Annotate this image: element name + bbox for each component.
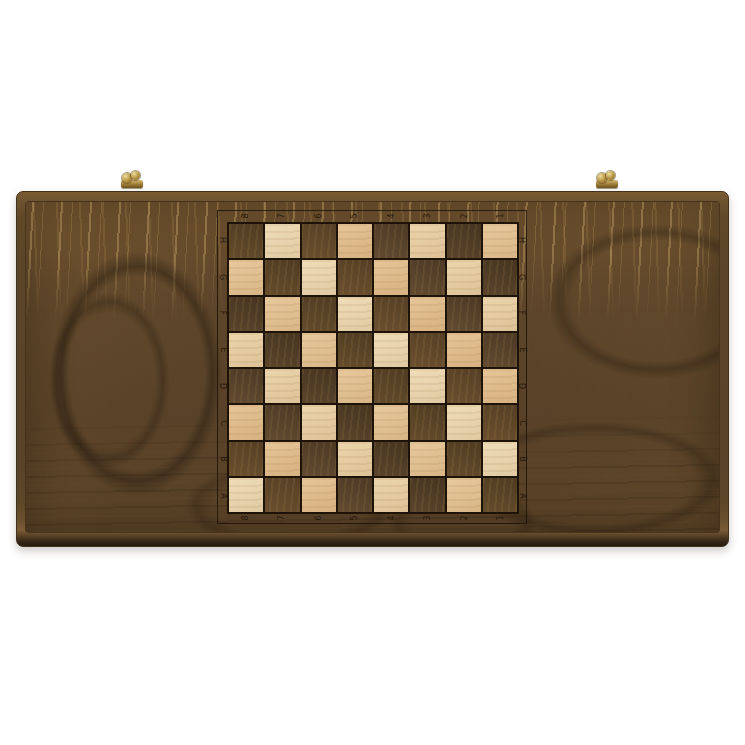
file-labels-left: HGFEDCBA (218, 222, 227, 514)
rank-label-6: 6 (300, 211, 337, 221)
square-c2[interactable] (447, 405, 481, 439)
square-f5[interactable] (338, 297, 372, 331)
square-a1[interactable] (483, 478, 517, 512)
square-b5[interactable] (338, 442, 372, 476)
square-e3[interactable] (410, 333, 444, 367)
rank-labels-top: 87654321 (227, 211, 519, 221)
rank-label-5: 5 (337, 211, 374, 221)
square-b8[interactable] (229, 442, 263, 476)
rank-label-3: 3 (410, 211, 447, 221)
square-c1[interactable] (483, 405, 517, 439)
square-c7[interactable] (265, 405, 299, 439)
square-a6[interactable] (302, 478, 336, 512)
square-g4[interactable] (374, 260, 408, 294)
wooden-game-box: 87654321 87654321 HGFEDCBA HGFEDCBA (16, 191, 729, 547)
square-e6[interactable] (302, 333, 336, 367)
square-g1[interactable] (483, 260, 517, 294)
rank-label-7: 7 (264, 513, 301, 523)
square-c3[interactable] (410, 405, 444, 439)
square-e5[interactable] (338, 333, 372, 367)
square-a8[interactable] (229, 478, 263, 512)
brass-hinge-left-icon (118, 169, 146, 191)
square-h8[interactable] (229, 224, 263, 258)
square-d4[interactable] (374, 369, 408, 403)
square-c4[interactable] (374, 405, 408, 439)
rank-label-8: 8 (227, 513, 264, 523)
rank-label-1: 1 (483, 513, 520, 523)
square-f7[interactable] (265, 297, 299, 331)
rank-label-3: 3 (410, 513, 447, 523)
square-f2[interactable] (447, 297, 481, 331)
square-h7[interactable] (265, 224, 299, 258)
square-d8[interactable] (229, 369, 263, 403)
file-label-b: B (218, 441, 227, 478)
square-e1[interactable] (483, 333, 517, 367)
square-g2[interactable] (447, 260, 481, 294)
square-g3[interactable] (410, 260, 444, 294)
square-d2[interactable] (447, 369, 481, 403)
rank-label-8: 8 (227, 211, 264, 221)
square-e2[interactable] (447, 333, 481, 367)
file-label-f: F (218, 295, 227, 332)
file-label-a: A (218, 478, 227, 515)
square-c6[interactable] (302, 405, 336, 439)
square-c8[interactable] (229, 405, 263, 439)
square-f1[interactable] (483, 297, 517, 331)
square-e4[interactable] (374, 333, 408, 367)
square-f4[interactable] (374, 297, 408, 331)
rank-label-4: 4 (373, 211, 410, 221)
square-d7[interactable] (265, 369, 299, 403)
hinge-knuckle (131, 171, 140, 180)
rank-label-2: 2 (446, 211, 483, 221)
square-f6[interactable] (302, 297, 336, 331)
chessboard: 87654321 87654321 HGFEDCBA HGFEDCBA (217, 210, 527, 524)
square-d3[interactable] (410, 369, 444, 403)
square-f8[interactable] (229, 297, 263, 331)
square-a3[interactable] (410, 478, 444, 512)
board-grid (227, 222, 519, 514)
file-label-h: H (218, 222, 227, 259)
file-label-g: G (218, 259, 227, 296)
brass-hinge-right-icon (593, 169, 621, 191)
product-photo-canvas: 87654321 87654321 HGFEDCBA HGFEDCBA (0, 0, 745, 745)
rank-label-2: 2 (446, 513, 483, 523)
square-a2[interactable] (447, 478, 481, 512)
square-a4[interactable] (374, 478, 408, 512)
rank-label-1: 1 (483, 211, 520, 221)
file-label-e: E (218, 332, 227, 369)
square-b6[interactable] (302, 442, 336, 476)
square-h2[interactable] (447, 224, 481, 258)
square-b1[interactable] (483, 442, 517, 476)
rank-labels-bottom: 87654321 (227, 513, 519, 523)
rank-label-6: 6 (300, 513, 337, 523)
file-label-c: C (218, 405, 227, 442)
rank-label-4: 4 (373, 513, 410, 523)
square-g5[interactable] (338, 260, 372, 294)
file-label-d: D (218, 368, 227, 405)
square-b2[interactable] (447, 442, 481, 476)
square-e7[interactable] (265, 333, 299, 367)
square-d5[interactable] (338, 369, 372, 403)
square-b3[interactable] (410, 442, 444, 476)
square-e8[interactable] (229, 333, 263, 367)
square-a5[interactable] (338, 478, 372, 512)
rank-label-5: 5 (337, 513, 374, 523)
square-h5[interactable] (338, 224, 372, 258)
square-b7[interactable] (265, 442, 299, 476)
square-h3[interactable] (410, 224, 444, 258)
square-f3[interactable] (410, 297, 444, 331)
square-c5[interactable] (338, 405, 372, 439)
square-g6[interactable] (302, 260, 336, 294)
square-g7[interactable] (265, 260, 299, 294)
square-d6[interactable] (302, 369, 336, 403)
square-g8[interactable] (229, 260, 263, 294)
square-h1[interactable] (483, 224, 517, 258)
hinge-knuckle (606, 171, 615, 180)
square-d1[interactable] (483, 369, 517, 403)
rank-label-7: 7 (264, 211, 301, 221)
square-a7[interactable] (265, 478, 299, 512)
square-h4[interactable] (374, 224, 408, 258)
square-h6[interactable] (302, 224, 336, 258)
square-b4[interactable] (374, 442, 408, 476)
